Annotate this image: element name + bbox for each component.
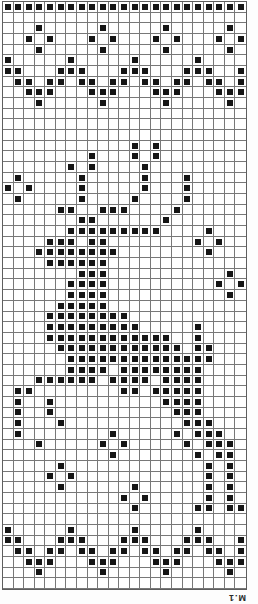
- grid-cell: [204, 546, 215, 557]
- grid-cell: [161, 205, 172, 216]
- grid-cell: [119, 493, 130, 504]
- grid-cell: [109, 34, 120, 45]
- grid-cell: [77, 546, 88, 557]
- grid-cell: [183, 354, 194, 365]
- grid-cell: [88, 205, 99, 216]
- grid-cell: [225, 162, 236, 173]
- grid-cell: [161, 2, 172, 13]
- grid-cell: [98, 247, 109, 258]
- grid-cell: [225, 482, 236, 493]
- filled-stitch-square: [206, 356, 212, 362]
- grid-cell: [235, 536, 246, 547]
- filled-stitch-square: [79, 377, 85, 383]
- grid-cell: [140, 386, 151, 397]
- grid-cell: [140, 226, 151, 237]
- grid-cell: [151, 546, 162, 557]
- filled-stitch-square: [227, 292, 233, 298]
- grid-cell: [98, 55, 109, 66]
- grid-cell: [214, 504, 225, 515]
- grid-cell: [204, 386, 215, 397]
- grid-cell: [183, 525, 194, 536]
- filled-stitch-square: [47, 399, 53, 405]
- grid-cell: [3, 429, 14, 440]
- filled-stitch-square: [15, 537, 21, 543]
- grid-cell: [109, 397, 120, 408]
- grid-cell: [172, 365, 183, 376]
- grid-cell: [172, 514, 183, 525]
- grid-cell: [193, 536, 204, 547]
- filled-stitch-square: [100, 559, 106, 565]
- grid-cell: [193, 312, 204, 323]
- grid-cell: [45, 13, 56, 24]
- grid-cell: [45, 312, 56, 323]
- grid-cell: [45, 333, 56, 344]
- grid-cell: [119, 429, 130, 440]
- grid-cell: [24, 472, 35, 483]
- filled-stitch-square: [153, 559, 159, 565]
- filled-stitch-square: [174, 36, 180, 42]
- grid-cell: [98, 77, 109, 88]
- grid-cell: [35, 578, 46, 589]
- grid-cell: [140, 429, 151, 440]
- filled-stitch-square: [121, 377, 127, 383]
- grid-cell: [35, 162, 46, 173]
- filled-stitch-square: [184, 377, 190, 383]
- grid-cell: [183, 98, 194, 109]
- grid-cell: [3, 333, 14, 344]
- filled-stitch-square: [142, 345, 148, 351]
- grid-cell: [193, 109, 204, 120]
- grid-cell: [193, 279, 204, 290]
- grid-cell: [45, 258, 56, 269]
- filled-stitch-square: [163, 399, 169, 405]
- filled-stitch-square: [68, 207, 74, 213]
- grid-cell: [45, 98, 56, 109]
- grid-cell: [151, 77, 162, 88]
- filled-stitch-square: [89, 303, 95, 309]
- filled-stitch-square: [100, 324, 106, 330]
- filled-stitch-square: [132, 196, 138, 202]
- grid-cell: [235, 578, 246, 589]
- grid-cell: [109, 301, 120, 312]
- grid-cell: [66, 536, 77, 547]
- filled-stitch-square: [174, 356, 180, 362]
- filled-stitch-square: [36, 47, 42, 53]
- grid-cell: [98, 66, 109, 77]
- grid-cell: [151, 215, 162, 226]
- filled-stitch-square: [89, 281, 95, 287]
- filled-stitch-square: [36, 25, 42, 31]
- grid-cell: [235, 66, 246, 77]
- grid-cell: [98, 557, 109, 568]
- grid-cell: [56, 279, 67, 290]
- grid-cell: [225, 344, 236, 355]
- grid-cell: [140, 173, 151, 184]
- grid-cell: [151, 13, 162, 24]
- grid-cell: [14, 429, 25, 440]
- grid-cell: [14, 183, 25, 194]
- grid-cell: [66, 162, 77, 173]
- grid-cell: [225, 578, 236, 589]
- filled-stitch-square: [174, 79, 180, 85]
- grid-cell: [183, 386, 194, 397]
- grid-cell: [214, 536, 225, 547]
- grid-cell: [77, 13, 88, 24]
- grid-cell: [235, 194, 246, 205]
- filled-stitch-square: [58, 548, 64, 554]
- grid-cell: [214, 322, 225, 333]
- grid-cell: [204, 205, 215, 216]
- grid-cell: [88, 365, 99, 376]
- grid-cell: [66, 429, 77, 440]
- grid-cell: [151, 258, 162, 269]
- grid-cell: [119, 226, 130, 237]
- grid-cell: [24, 568, 35, 579]
- grid-cell: [88, 237, 99, 248]
- grid-cell: [66, 45, 77, 56]
- grid-cell: [119, 514, 130, 525]
- filled-stitch-square: [227, 271, 233, 277]
- grid-cell: [35, 514, 46, 525]
- grid-cell: [130, 536, 141, 547]
- grid-cell: [214, 215, 225, 226]
- grid-cell: [77, 66, 88, 77]
- grid-cell: [35, 557, 46, 568]
- filled-stitch-square: [174, 89, 180, 95]
- grid-cell: [45, 301, 56, 312]
- filled-stitch-square: [132, 388, 138, 394]
- grid-cell: [225, 429, 236, 440]
- grid-cell: [119, 141, 130, 152]
- grid-cell: [66, 568, 77, 579]
- grid-cell: [35, 386, 46, 397]
- grid-cell: [35, 344, 46, 355]
- filled-stitch-square: [79, 313, 85, 319]
- grid-cell: [193, 493, 204, 504]
- grid-cell: [161, 151, 172, 162]
- grid-cell: [161, 23, 172, 34]
- grid-cell: [88, 429, 99, 440]
- grid-cell: [3, 482, 14, 493]
- filled-stitch-square: [68, 367, 74, 373]
- filled-stitch-square: [206, 4, 212, 10]
- filled-stitch-square: [184, 399, 190, 405]
- grid-cell: [193, 141, 204, 152]
- filled-stitch-square: [58, 537, 64, 543]
- filled-stitch-square: [68, 68, 74, 74]
- filled-stitch-square: [58, 484, 64, 490]
- grid-cell: [56, 472, 67, 483]
- grid-cell: [214, 34, 225, 45]
- grid-cell: [119, 77, 130, 88]
- grid-cell: [56, 557, 67, 568]
- grid-cell: [172, 578, 183, 589]
- filled-stitch-square: [184, 441, 190, 447]
- filled-stitch-square: [47, 473, 53, 479]
- grid-cell: [98, 472, 109, 483]
- filled-stitch-square: [206, 537, 212, 543]
- filled-stitch-square: [132, 527, 138, 533]
- filled-stitch-square: [79, 537, 85, 543]
- grid-cell: [214, 226, 225, 237]
- grid-cell: [88, 215, 99, 226]
- grid-cell: [140, 205, 151, 216]
- grid-cell: [172, 237, 183, 248]
- grid-cell: [98, 461, 109, 472]
- grid-cell: [119, 13, 130, 24]
- filled-stitch-square: [89, 153, 95, 159]
- grid-cell: [109, 141, 120, 152]
- grid-cell: [14, 312, 25, 323]
- grid-cell: [151, 194, 162, 205]
- grid-cell: [98, 408, 109, 419]
- filled-stitch-square: [227, 100, 233, 106]
- grid-cell: [172, 130, 183, 141]
- grid-cell: [14, 472, 25, 483]
- grid-cell: [109, 109, 120, 120]
- filled-stitch-square: [5, 4, 11, 10]
- filled-stitch-square: [132, 367, 138, 373]
- grid-cell: [225, 45, 236, 56]
- grid-cell: [109, 258, 120, 269]
- grid-cell: [119, 568, 130, 579]
- grid-cell: [98, 23, 109, 34]
- grid-cell: [77, 23, 88, 34]
- grid-cell: [35, 279, 46, 290]
- grid-cell: [77, 98, 88, 109]
- grid-cell: [88, 376, 99, 387]
- grid-cell: [130, 482, 141, 493]
- grid-cell: [45, 237, 56, 248]
- filled-stitch-square: [36, 100, 42, 106]
- grid-cell: [214, 450, 225, 461]
- filled-stitch-square: [216, 4, 222, 10]
- grid-cell: [140, 162, 151, 173]
- grid-cell: [193, 45, 204, 56]
- grid-cell: [140, 514, 151, 525]
- grid-cell: [66, 66, 77, 77]
- grid-cell: [14, 45, 25, 56]
- filled-stitch-square: [100, 441, 106, 447]
- grid-cell: [204, 322, 215, 333]
- grid-cell: [193, 546, 204, 557]
- grid-cell: [130, 546, 141, 557]
- grid-cell: [151, 322, 162, 333]
- grid-cell: [35, 290, 46, 301]
- grid-cell: [119, 279, 130, 290]
- grid-cell: [130, 2, 141, 13]
- filled-stitch-square: [79, 548, 85, 554]
- grid-cell: [161, 376, 172, 387]
- grid-cell: [66, 226, 77, 237]
- filled-stitch-square: [121, 548, 127, 554]
- grid-cell: [77, 2, 88, 13]
- filled-stitch-square: [227, 452, 233, 458]
- filled-stitch-square: [163, 345, 169, 351]
- filled-stitch-square: [47, 239, 53, 245]
- grid-cell: [235, 23, 246, 34]
- grid-cell: [56, 13, 67, 24]
- grid-cell: [24, 258, 35, 269]
- filled-stitch-square: [100, 228, 106, 234]
- grid-cell: [45, 504, 56, 515]
- filled-stitch-square: [195, 527, 201, 533]
- grid-cell: [98, 205, 109, 216]
- grid-cell: [151, 461, 162, 472]
- grid-cell: [77, 34, 88, 45]
- grid-cell: [3, 418, 14, 429]
- grid-cell: [77, 215, 88, 226]
- filled-stitch-square: [206, 420, 212, 426]
- filled-stitch-square: [100, 303, 106, 309]
- grid-cell: [204, 301, 215, 312]
- grid-cell: [109, 322, 120, 333]
- grid-cell: [24, 450, 35, 461]
- grid-cell: [151, 23, 162, 34]
- grid-cell: [45, 450, 56, 461]
- grid-cell: [66, 109, 77, 120]
- filled-stitch-square: [79, 303, 85, 309]
- grid-cell: [77, 194, 88, 205]
- grid-cell: [77, 269, 88, 280]
- grid-cell: [183, 365, 194, 376]
- grid-cell: [3, 440, 14, 451]
- grid-cell: [235, 226, 246, 237]
- grid-cell: [35, 322, 46, 333]
- filled-stitch-square: [58, 420, 64, 426]
- grid-cell: [140, 247, 151, 258]
- grid-cell: [14, 87, 25, 98]
- grid-cell: [56, 504, 67, 515]
- grid-cell: [140, 440, 151, 451]
- filled-stitch-square: [100, 356, 106, 362]
- filled-stitch-square: [132, 153, 138, 159]
- filled-stitch-square: [206, 441, 212, 447]
- grid-cell: [140, 333, 151, 344]
- grid-cell: [130, 376, 141, 387]
- grid-cell: [77, 461, 88, 472]
- grid-cell: [204, 215, 215, 226]
- grid-cell: [24, 119, 35, 130]
- grid-cell: [172, 98, 183, 109]
- grid-cell: [45, 247, 56, 258]
- grid-cell: [66, 87, 77, 98]
- grid-cell: [14, 536, 25, 547]
- grid-cell: [119, 525, 130, 536]
- filled-stitch-square: [110, 313, 116, 319]
- filled-stitch-square: [110, 559, 116, 565]
- grid-cell: [77, 183, 88, 194]
- grid-cell: [204, 162, 215, 173]
- filled-stitch-square: [195, 399, 201, 405]
- grid-cell: [119, 173, 130, 184]
- filled-stitch-square: [15, 68, 21, 74]
- grid-cell: [214, 130, 225, 141]
- grid-cell: [204, 450, 215, 461]
- grid-cell: [161, 34, 172, 45]
- grid-cell: [77, 386, 88, 397]
- grid-cell: [35, 258, 46, 269]
- filled-stitch-square: [132, 228, 138, 234]
- grid-cell: [225, 237, 236, 248]
- grid-cell: [98, 290, 109, 301]
- filled-stitch-square: [36, 4, 42, 10]
- grid-cell: [45, 55, 56, 66]
- grid-cell: [183, 194, 194, 205]
- grid-cell: [161, 408, 172, 419]
- motif-label: M.1: [228, 593, 246, 603]
- grid-cell: [140, 312, 151, 323]
- filled-stitch-square: [184, 420, 190, 426]
- grid-cell: [214, 23, 225, 34]
- grid-cell: [172, 141, 183, 152]
- filled-stitch-square: [153, 89, 159, 95]
- grid-cell: [109, 130, 120, 141]
- grid-cell: [183, 141, 194, 152]
- grid-cell: [77, 312, 88, 323]
- grid-cell: [77, 493, 88, 504]
- grid-cell: [45, 205, 56, 216]
- grid-cell: [35, 55, 46, 66]
- grid-cell: [151, 536, 162, 547]
- grid-cell: [214, 55, 225, 66]
- grid-cell: [140, 45, 151, 56]
- grid-cell: [130, 194, 141, 205]
- grid-cell: [66, 55, 77, 66]
- grid-cell: [98, 525, 109, 536]
- filled-stitch-square: [79, 345, 85, 351]
- grid-cell: [225, 397, 236, 408]
- grid-cell: [88, 493, 99, 504]
- filled-stitch-square: [121, 345, 127, 351]
- grid-cell: [24, 493, 35, 504]
- grid-cell: [204, 408, 215, 419]
- grid-cell: [130, 215, 141, 226]
- grid-cell: [109, 418, 120, 429]
- filled-stitch-square: [15, 399, 21, 405]
- grid-cell: [66, 258, 77, 269]
- grid-cell: [183, 578, 194, 589]
- filled-stitch-square: [132, 356, 138, 362]
- filled-stitch-square: [58, 239, 64, 245]
- grid-cell: [3, 55, 14, 66]
- grid-cell: [161, 418, 172, 429]
- grid-cell: [109, 247, 120, 258]
- filled-stitch-square: [58, 345, 64, 351]
- grid-cell: [204, 525, 215, 536]
- grid-cell: [183, 45, 194, 56]
- grid-cell: [225, 183, 236, 194]
- filled-stitch-square: [132, 335, 138, 341]
- grid-cell: [151, 333, 162, 344]
- grid-cell: [193, 418, 204, 429]
- grid-cell: [98, 215, 109, 226]
- filled-stitch-square: [184, 175, 190, 181]
- grid-cell: [98, 397, 109, 408]
- grid-cell: [56, 45, 67, 56]
- filled-stitch-square: [79, 249, 85, 255]
- grid-cell: [140, 365, 151, 376]
- grid-cell: [183, 557, 194, 568]
- grid-cell: [172, 279, 183, 290]
- filled-stitch-square: [110, 548, 116, 554]
- grid-cell: [3, 290, 14, 301]
- grid-cell: [140, 408, 151, 419]
- grid-cell: [109, 77, 120, 88]
- filled-stitch-square: [132, 484, 138, 490]
- grid-cell: [66, 525, 77, 536]
- grid-cell: [204, 344, 215, 355]
